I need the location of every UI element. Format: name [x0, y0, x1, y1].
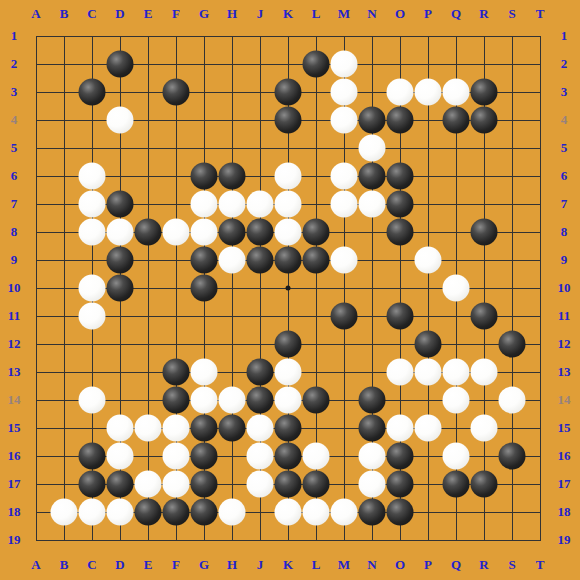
row-label-left: 11 — [8, 308, 20, 324]
row-label-left: 16 — [8, 448, 21, 464]
black-stone — [191, 471, 218, 498]
black-stone — [443, 471, 470, 498]
white-stone — [247, 471, 274, 498]
black-stone — [163, 79, 190, 106]
black-stone — [275, 107, 302, 134]
row-label-right: 7 — [561, 196, 568, 212]
black-stone — [303, 387, 330, 414]
white-stone — [79, 275, 106, 302]
black-stone — [275, 247, 302, 274]
black-stone — [219, 415, 246, 442]
black-stone — [303, 51, 330, 78]
column-label-top: B — [60, 6, 69, 22]
black-stone — [387, 303, 414, 330]
white-stone — [387, 415, 414, 442]
row-label-left: 3 — [11, 84, 18, 100]
white-stone — [331, 499, 358, 526]
black-stone — [471, 219, 498, 246]
row-label-right: 2 — [561, 56, 568, 72]
white-stone — [331, 191, 358, 218]
black-stone — [275, 471, 302, 498]
column-label-top: O — [395, 6, 405, 22]
column-label-bottom: H — [227, 557, 237, 573]
white-stone — [471, 415, 498, 442]
column-label-bottom: M — [338, 557, 350, 573]
row-label-left: 6 — [11, 168, 18, 184]
white-stone — [191, 387, 218, 414]
white-stone — [163, 443, 190, 470]
white-stone — [275, 359, 302, 386]
white-stone — [79, 387, 106, 414]
row-label-right: 18 — [558, 504, 571, 520]
column-label-top: L — [312, 6, 321, 22]
black-stone — [499, 443, 526, 470]
black-stone — [387, 499, 414, 526]
row-label-right: 9 — [561, 252, 568, 268]
white-stone — [415, 247, 442, 274]
column-label-bottom: B — [60, 557, 69, 573]
black-stone — [387, 163, 414, 190]
row-label-right: 3 — [561, 84, 568, 100]
column-label-top: N — [367, 6, 376, 22]
column-label-bottom: F — [172, 557, 180, 573]
row-label-left: 10 — [8, 280, 21, 296]
white-stone — [387, 79, 414, 106]
row-label-left: 1 — [11, 28, 18, 44]
column-label-top: H — [227, 6, 237, 22]
white-stone — [135, 415, 162, 442]
row-label-left: 8 — [11, 224, 18, 240]
black-stone — [219, 219, 246, 246]
white-stone — [107, 219, 134, 246]
white-stone — [443, 359, 470, 386]
row-label-left: 13 — [8, 364, 21, 380]
column-label-top: E — [144, 6, 153, 22]
column-label-top: M — [338, 6, 350, 22]
black-stone — [275, 443, 302, 470]
white-stone — [219, 247, 246, 274]
white-stone — [247, 191, 274, 218]
row-label-right: 5 — [561, 140, 568, 156]
black-stone — [359, 163, 386, 190]
black-stone — [275, 331, 302, 358]
white-stone — [331, 247, 358, 274]
white-stone — [163, 415, 190, 442]
white-stone — [219, 499, 246, 526]
column-label-top: F — [172, 6, 180, 22]
white-stone — [359, 191, 386, 218]
row-label-right: 4 — [561, 112, 568, 128]
white-stone — [107, 443, 134, 470]
black-stone — [135, 219, 162, 246]
white-stone — [275, 163, 302, 190]
white-stone — [499, 387, 526, 414]
row-label-left: 7 — [11, 196, 18, 212]
row-label-left: 17 — [8, 476, 21, 492]
black-stone — [303, 247, 330, 274]
row-label-right: 8 — [561, 224, 568, 240]
black-stone — [191, 247, 218, 274]
white-stone — [247, 443, 274, 470]
column-label-top: S — [508, 6, 515, 22]
white-stone — [275, 219, 302, 246]
black-stone — [499, 331, 526, 358]
white-stone — [443, 275, 470, 302]
white-stone — [51, 499, 78, 526]
white-stone — [331, 51, 358, 78]
star-point — [286, 286, 291, 291]
white-stone — [79, 499, 106, 526]
white-stone — [163, 219, 190, 246]
white-stone — [443, 79, 470, 106]
black-stone — [163, 387, 190, 414]
row-label-left: 14 — [8, 392, 21, 408]
white-stone — [79, 191, 106, 218]
white-stone — [191, 359, 218, 386]
white-stone — [415, 415, 442, 442]
column-label-bottom: L — [312, 557, 321, 573]
row-label-right: 17 — [558, 476, 571, 492]
column-label-top: G — [199, 6, 209, 22]
white-stone — [191, 191, 218, 218]
white-stone — [359, 443, 386, 470]
black-stone — [275, 79, 302, 106]
black-stone — [107, 51, 134, 78]
black-stone — [247, 387, 274, 414]
go-board: AABBCCDDEEFFGGHHJJKKLLMMNNOOPPQQRRSSTT11… — [0, 0, 580, 580]
row-label-left: 2 — [11, 56, 18, 72]
white-stone — [135, 471, 162, 498]
black-stone — [359, 499, 386, 526]
column-label-bottom: T — [536, 557, 545, 573]
row-label-right: 15 — [558, 420, 571, 436]
black-stone — [107, 471, 134, 498]
row-label-right: 1 — [561, 28, 568, 44]
row-label-right: 16 — [558, 448, 571, 464]
black-stone — [79, 79, 106, 106]
white-stone — [275, 387, 302, 414]
column-label-top: R — [479, 6, 488, 22]
black-stone — [303, 219, 330, 246]
black-stone — [387, 443, 414, 470]
black-stone — [331, 303, 358, 330]
row-label-left: 19 — [8, 532, 21, 548]
black-stone — [247, 359, 274, 386]
black-stone — [107, 247, 134, 274]
black-stone — [303, 471, 330, 498]
row-label-left: 15 — [8, 420, 21, 436]
black-stone — [79, 471, 106, 498]
white-stone — [331, 163, 358, 190]
column-label-bottom: Q — [451, 557, 461, 573]
black-stone — [471, 471, 498, 498]
black-stone — [387, 191, 414, 218]
column-label-bottom: N — [367, 557, 376, 573]
row-label-right: 10 — [558, 280, 571, 296]
white-stone — [107, 499, 134, 526]
white-stone — [107, 107, 134, 134]
white-stone — [79, 303, 106, 330]
black-stone — [387, 107, 414, 134]
white-stone — [107, 415, 134, 442]
black-stone — [163, 499, 190, 526]
black-stone — [471, 303, 498, 330]
row-label-right: 6 — [561, 168, 568, 184]
column-label-top: C — [87, 6, 96, 22]
black-stone — [219, 163, 246, 190]
black-stone — [135, 499, 162, 526]
row-label-right: 19 — [558, 532, 571, 548]
column-label-top: T — [536, 6, 545, 22]
column-label-top: P — [424, 6, 432, 22]
black-stone — [247, 247, 274, 274]
column-label-bottom: R — [479, 557, 488, 573]
black-stone — [79, 443, 106, 470]
white-stone — [331, 107, 358, 134]
black-stone — [415, 331, 442, 358]
white-stone — [219, 191, 246, 218]
white-stone — [163, 471, 190, 498]
column-label-bottom: A — [31, 557, 40, 573]
column-label-top: D — [115, 6, 124, 22]
row-label-left: 4 — [11, 112, 18, 128]
white-stone — [303, 443, 330, 470]
row-label-left: 18 — [8, 504, 21, 520]
white-stone — [443, 443, 470, 470]
black-stone — [191, 275, 218, 302]
white-stone — [219, 387, 246, 414]
row-label-right: 11 — [558, 308, 570, 324]
white-stone — [303, 499, 330, 526]
black-stone — [191, 443, 218, 470]
column-label-top: K — [283, 6, 293, 22]
row-label-left: 5 — [11, 140, 18, 156]
column-label-bottom: G — [199, 557, 209, 573]
white-stone — [415, 359, 442, 386]
white-stone — [275, 191, 302, 218]
black-stone — [163, 359, 190, 386]
black-stone — [443, 107, 470, 134]
white-stone — [275, 499, 302, 526]
black-stone — [191, 163, 218, 190]
white-stone — [387, 359, 414, 386]
black-stone — [191, 415, 218, 442]
column-label-bottom: D — [115, 557, 124, 573]
black-stone — [359, 107, 386, 134]
black-stone — [191, 499, 218, 526]
black-stone — [107, 191, 134, 218]
white-stone — [359, 135, 386, 162]
row-label-left: 12 — [8, 336, 21, 352]
row-label-right: 14 — [558, 392, 571, 408]
black-stone — [387, 219, 414, 246]
white-stone — [471, 359, 498, 386]
column-label-top: A — [31, 6, 40, 22]
black-stone — [275, 415, 302, 442]
white-stone — [79, 219, 106, 246]
black-stone — [471, 79, 498, 106]
column-label-bottom: O — [395, 557, 405, 573]
column-label-bottom: J — [257, 557, 264, 573]
white-stone — [191, 219, 218, 246]
white-stone — [415, 79, 442, 106]
black-stone — [359, 387, 386, 414]
column-label-bottom: E — [144, 557, 153, 573]
white-stone — [247, 415, 274, 442]
column-label-top: J — [257, 6, 264, 22]
white-stone — [359, 471, 386, 498]
black-stone — [107, 275, 134, 302]
column-label-bottom: S — [508, 557, 515, 573]
column-label-bottom: C — [87, 557, 96, 573]
black-stone — [247, 219, 274, 246]
row-label-right: 12 — [558, 336, 571, 352]
white-stone — [79, 163, 106, 190]
white-stone — [443, 387, 470, 414]
black-stone — [471, 107, 498, 134]
row-label-right: 13 — [558, 364, 571, 380]
black-stone — [387, 471, 414, 498]
white-stone — [331, 79, 358, 106]
row-label-left: 9 — [11, 252, 18, 268]
column-label-top: Q — [451, 6, 461, 22]
column-label-bottom: K — [283, 557, 293, 573]
column-label-bottom: P — [424, 557, 432, 573]
black-stone — [359, 415, 386, 442]
